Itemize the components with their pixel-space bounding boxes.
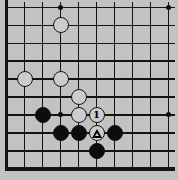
stone-white-f4-move-1: 1 [89, 107, 105, 123]
move-number-label: 1 [93, 109, 100, 119]
stone-black-d3 [53, 125, 69, 141]
star-point-k4 [166, 112, 171, 117]
board-line-vertical [132, 2, 133, 171]
stone-black-f2 [89, 143, 105, 159]
go-board-diagram: 1 [0, 0, 178, 180]
board-line-vertical [42, 2, 43, 171]
triangle-mark-inner [95, 133, 99, 136]
board-line-vertical [168, 2, 169, 171]
board-edge-left [5, 0, 8, 171]
star-point-k10 [166, 5, 171, 10]
board-line-vertical [150, 2, 151, 171]
stone-white-d9 [53, 17, 69, 33]
stone-white-d6 [53, 71, 69, 87]
stone-white-e5 [71, 89, 87, 105]
board-line-vertical [114, 2, 115, 171]
board-line-vertical [78, 2, 79, 171]
stone-black-c4 [35, 107, 51, 123]
stone-white-b6 [17, 71, 33, 87]
star-point-d4 [58, 112, 63, 117]
stone-white-f3-triangle-mark [89, 125, 105, 141]
stone-black-e3 [71, 125, 87, 141]
stone-white-e4 [71, 107, 87, 123]
star-point-d10 [58, 5, 63, 10]
stone-black-g3 [107, 125, 123, 141]
